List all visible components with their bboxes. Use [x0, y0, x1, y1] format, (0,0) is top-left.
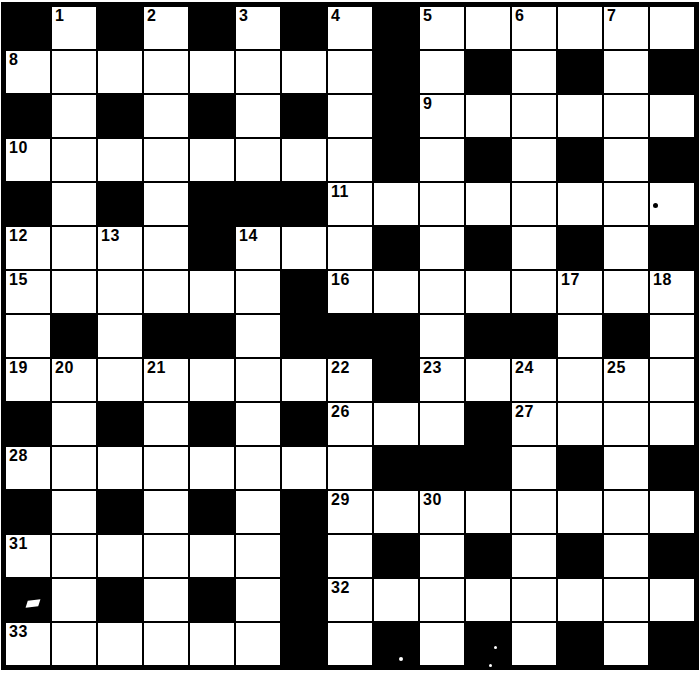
white-cell-r5c5[interactable]: 14 — [236, 227, 280, 269]
black-cell-r12c10 — [466, 535, 510, 577]
white-cell-r2c13[interactable] — [604, 95, 648, 137]
white-cell-r12c2[interactable] — [98, 535, 142, 577]
clue-number: 20 — [55, 359, 74, 377]
white-cell-r0c9[interactable]: 5 — [420, 7, 464, 49]
clue-number: 13 — [101, 227, 120, 245]
white-cell-r12c11[interactable] — [512, 535, 556, 577]
black-cell-r7c1 — [52, 315, 96, 357]
black-cell-r10c8 — [374, 447, 418, 489]
white-cell-r11c7[interactable]: 29 — [328, 491, 372, 533]
white-cell-r14c0[interactable]: 33 — [6, 623, 50, 665]
clue-number: 32 — [331, 579, 350, 597]
clue-number: 33 — [9, 623, 28, 641]
white-cell-r8c0[interactable]: 19 — [6, 359, 50, 401]
white-cell-r8c3[interactable]: 21 — [144, 359, 188, 401]
clue-number: 14 — [239, 227, 258, 245]
white-cell-r6c11[interactable] — [512, 271, 556, 313]
white-cell-r0c14[interactable] — [650, 7, 694, 49]
black-cell-r10c9 — [420, 447, 464, 489]
black-cell-r8c8 — [374, 359, 418, 401]
white-cell-r2c14[interactable] — [650, 95, 694, 137]
clue-number: 23 — [423, 359, 442, 377]
white-cell-r4c11[interactable] — [512, 183, 556, 225]
white-cell-r1c1[interactable] — [52, 51, 96, 93]
white-cell-r1c11[interactable] — [512, 51, 556, 93]
white-cell-r1c6[interactable] — [282, 51, 326, 93]
white-cell-r3c7[interactable] — [328, 139, 372, 181]
clue-number: 1 — [55, 7, 64, 25]
white-cell-r4c10[interactable] — [466, 183, 510, 225]
white-cell-r5c0[interactable]: 12 — [6, 227, 50, 269]
black-cell-r2c2 — [98, 95, 142, 137]
white-cell-r0c5[interactable]: 3 — [236, 7, 280, 49]
black-cell-r7c8 — [374, 315, 418, 357]
white-cell-r3c9[interactable] — [420, 139, 464, 181]
white-cell-r11c11[interactable] — [512, 491, 556, 533]
crossword-grid: 1234567891011121314151617181920212223242… — [1, 2, 699, 670]
white-cell-r5c6[interactable] — [282, 227, 326, 269]
white-cell-r14c9[interactable] — [420, 623, 464, 665]
white-cell-r14c1[interactable] — [52, 623, 96, 665]
white-cell-r0c12[interactable] — [558, 7, 602, 49]
white-cell-r8c9[interactable]: 23 — [420, 359, 464, 401]
black-cell-r10c14 — [650, 447, 694, 489]
white-cell-r0c10[interactable] — [466, 7, 510, 49]
black-cell-r5c8 — [374, 227, 418, 269]
black-cell-r11c6 — [282, 491, 326, 533]
white-cell-r11c8[interactable] — [374, 491, 418, 533]
black-cell-r2c8 — [374, 95, 418, 137]
white-cell-r9c1[interactable] — [52, 403, 96, 445]
white-cell-r3c0[interactable]: 10 — [6, 139, 50, 181]
white-cell-r8c5[interactable] — [236, 359, 280, 401]
white-cell-r2c9[interactable]: 9 — [420, 95, 464, 137]
white-cell-r0c3[interactable]: 2 — [144, 7, 188, 49]
black-cell-r9c0 — [6, 403, 50, 445]
clue-number: 18 — [653, 271, 672, 289]
white-cell-r11c5[interactable] — [236, 491, 280, 533]
white-cell-r4c7[interactable]: 11 — [328, 183, 372, 225]
black-cell-r9c2 — [98, 403, 142, 445]
black-cell-r7c6 — [282, 315, 326, 357]
white-cell-r10c0[interactable]: 28 — [6, 447, 50, 489]
white-cell-r10c3[interactable] — [144, 447, 188, 489]
clue-number: 29 — [331, 491, 350, 509]
white-cell-r8c10[interactable] — [466, 359, 510, 401]
white-cell-r1c9[interactable] — [420, 51, 464, 93]
black-cell-r13c0 — [6, 579, 50, 621]
black-cell-r1c8 — [374, 51, 418, 93]
white-cell-r14c5[interactable] — [236, 623, 280, 665]
black-cell-r3c8 — [374, 139, 418, 181]
black-cell-r13c4 — [190, 579, 234, 621]
white-cell-r1c2[interactable] — [98, 51, 142, 93]
black-cell-r7c3 — [144, 315, 188, 357]
white-cell-r9c3[interactable] — [144, 403, 188, 445]
clue-number: 30 — [423, 491, 442, 509]
white-cell-r9c9[interactable] — [420, 403, 464, 445]
white-cell-r7c2[interactable] — [98, 315, 142, 357]
white-cell-r5c2[interactable]: 13 — [98, 227, 142, 269]
clue-number: 24 — [515, 359, 534, 377]
clue-number: 19 — [9, 359, 28, 377]
white-cell-r13c11[interactable] — [512, 579, 556, 621]
clue-number: 31 — [9, 535, 28, 553]
black-cell-r5c10 — [466, 227, 510, 269]
white-cell-r8c14[interactable] — [650, 359, 694, 401]
clue-number: 22 — [331, 359, 350, 377]
clue-number: 9 — [423, 95, 432, 113]
white-cell-r4c3[interactable] — [144, 183, 188, 225]
black-cell-r11c4 — [190, 491, 234, 533]
white-cell-r1c4[interactable] — [190, 51, 234, 93]
clue-number: 4 — [331, 7, 340, 25]
clue-number: 21 — [147, 359, 166, 377]
white-cell-r7c0[interactable] — [6, 315, 50, 357]
clue-number: 25 — [607, 359, 626, 377]
white-cell-r3c4[interactable] — [190, 139, 234, 181]
white-cell-r6c3[interactable] — [144, 271, 188, 313]
black-cell-r7c4 — [190, 315, 234, 357]
clue-number: 15 — [9, 271, 28, 289]
white-cell-r5c1[interactable] — [52, 227, 96, 269]
white-cell-r9c12[interactable] — [558, 403, 602, 445]
white-cell-r6c9[interactable] — [420, 271, 464, 313]
clue-number: 12 — [9, 227, 28, 245]
black-cell-r11c0 — [6, 491, 50, 533]
white-cell-r8c12[interactable] — [558, 359, 602, 401]
white-cell-r13c10[interactable] — [466, 579, 510, 621]
white-cell-r12c4[interactable] — [190, 535, 234, 577]
black-cell-r3c14 — [650, 139, 694, 181]
white-cell-r1c7[interactable] — [328, 51, 372, 93]
white-cell-r6c13[interactable] — [604, 271, 648, 313]
white-cell-r13c13[interactable] — [604, 579, 648, 621]
white-cell-r0c11[interactable]: 6 — [512, 7, 556, 49]
black-cell-r2c4 — [190, 95, 234, 137]
white-cell-r13c8[interactable] — [374, 579, 418, 621]
black-cell-r14c8 — [374, 623, 418, 665]
white-cell-r6c14[interactable]: 18 — [650, 271, 694, 313]
white-cell-r10c11[interactable] — [512, 447, 556, 489]
white-cell-r3c13[interactable] — [604, 139, 648, 181]
white-cell-r14c3[interactable] — [144, 623, 188, 665]
white-cell-r8c4[interactable] — [190, 359, 234, 401]
white-cell-r13c14[interactable] — [650, 579, 694, 621]
white-cell-r8c6[interactable] — [282, 359, 326, 401]
white-cell-r1c13[interactable] — [604, 51, 648, 93]
white-cell-r11c9[interactable]: 30 — [420, 491, 464, 533]
white-cell-r6c5[interactable] — [236, 271, 280, 313]
white-cell-r13c1[interactable] — [52, 579, 96, 621]
clue-number: 11 — [331, 183, 349, 201]
white-cell-r11c12[interactable] — [558, 491, 602, 533]
white-cell-r4c13[interactable] — [604, 183, 648, 225]
white-cell-r1c3[interactable] — [144, 51, 188, 93]
clue-number: 28 — [9, 447, 28, 465]
white-cell-r2c11[interactable] — [512, 95, 556, 137]
white-cell-r12c3[interactable] — [144, 535, 188, 577]
white-cell-r2c7[interactable] — [328, 95, 372, 137]
black-cell-r12c8 — [374, 535, 418, 577]
white-cell-r13c9[interactable] — [420, 579, 464, 621]
black-cell-r7c13 — [604, 315, 648, 357]
white-cell-r5c9[interactable] — [420, 227, 464, 269]
white-cell-r4c12[interactable] — [558, 183, 602, 225]
clue-number: 10 — [9, 139, 28, 157]
white-cell-r14c11[interactable] — [512, 623, 556, 665]
white-cell-r11c10[interactable] — [466, 491, 510, 533]
black-cell-r14c14 — [650, 623, 694, 665]
white-cell-r3c1[interactable] — [52, 139, 96, 181]
white-cell-r9c7[interactable]: 26 — [328, 403, 372, 445]
white-cell-r8c2[interactable] — [98, 359, 142, 401]
white-cell-r6c0[interactable]: 15 — [6, 271, 50, 313]
white-cell-r7c5[interactable] — [236, 315, 280, 357]
white-cell-r7c14[interactable] — [650, 315, 694, 357]
black-cell-r12c6 — [282, 535, 326, 577]
black-cell-r0c4 — [190, 7, 234, 49]
white-cell-r4c9[interactable] — [420, 183, 464, 225]
black-cell-r2c0 — [6, 95, 50, 137]
black-cell-r1c14 — [650, 51, 694, 93]
white-cell-r7c9[interactable] — [420, 315, 464, 357]
clue-number: 2 — [147, 7, 156, 25]
black-cell-r14c6 — [282, 623, 326, 665]
black-cell-r7c10 — [466, 315, 510, 357]
black-cell-r5c14 — [650, 227, 694, 269]
black-cell-r9c4 — [190, 403, 234, 445]
white-cell-r3c3[interactable] — [144, 139, 188, 181]
white-cell-r12c5[interactable] — [236, 535, 280, 577]
white-cell-r12c13[interactable] — [604, 535, 648, 577]
white-cell-r12c1[interactable] — [52, 535, 96, 577]
black-cell-r10c10 — [466, 447, 510, 489]
black-cell-r7c7 — [328, 315, 372, 357]
white-cell-r8c11[interactable]: 24 — [512, 359, 556, 401]
white-cell-r8c7[interactable]: 22 — [328, 359, 372, 401]
white-cell-r1c5[interactable] — [236, 51, 280, 93]
clue-number: 17 — [561, 271, 580, 289]
white-cell-r5c7[interactable] — [328, 227, 372, 269]
white-cell-r12c0[interactable]: 31 — [6, 535, 50, 577]
black-cell-r0c2 — [98, 7, 142, 49]
black-cell-r13c2 — [98, 579, 142, 621]
black-cell-r6c6 — [282, 271, 326, 313]
white-cell-r10c5[interactable] — [236, 447, 280, 489]
white-cell-r11c13[interactable] — [604, 491, 648, 533]
white-cell-r14c7[interactable] — [328, 623, 372, 665]
white-cell-r10c7[interactable] — [328, 447, 372, 489]
white-cell-r9c13[interactable] — [604, 403, 648, 445]
white-cell-r6c8[interactable] — [374, 271, 418, 313]
white-cell-r2c12[interactable] — [558, 95, 602, 137]
white-cell-r13c7[interactable]: 32 — [328, 579, 372, 621]
white-cell-r12c9[interactable] — [420, 535, 464, 577]
black-cell-r2c6 — [282, 95, 326, 137]
clue-number: 7 — [607, 7, 616, 25]
white-cell-r3c11[interactable] — [512, 139, 556, 181]
white-cell-r12c7[interactable] — [328, 535, 372, 577]
white-cell-r10c2[interactable] — [98, 447, 142, 489]
white-cell-r3c6[interactable] — [282, 139, 326, 181]
black-cell-r4c5 — [236, 183, 280, 225]
white-cell-r11c14[interactable] — [650, 491, 694, 533]
black-cell-r0c6 — [282, 7, 326, 49]
white-cell-r11c1[interactable] — [52, 491, 96, 533]
white-cell-r6c12[interactable]: 17 — [558, 271, 602, 313]
white-cell-r6c10[interactable] — [466, 271, 510, 313]
white-cell-r11c3[interactable] — [144, 491, 188, 533]
white-cell-r7c12[interactable] — [558, 315, 602, 357]
black-cell-r4c0 — [6, 183, 50, 225]
white-cell-r5c11[interactable] — [512, 227, 556, 269]
white-cell-r5c3[interactable] — [144, 227, 188, 269]
black-cell-r5c4 — [190, 227, 234, 269]
clue-number: 6 — [515, 7, 524, 25]
black-cell-r1c12 — [558, 51, 602, 93]
black-cell-r11c2 — [98, 491, 142, 533]
black-cell-r12c14 — [650, 535, 694, 577]
black-cell-r1c10 — [466, 51, 510, 93]
black-cell-r0c0 — [6, 7, 50, 49]
white-cell-r9c14[interactable] — [650, 403, 694, 445]
black-cell-r13c6 — [282, 579, 326, 621]
white-cell-r10c1[interactable] — [52, 447, 96, 489]
crossword-page: 1234567891011121314151617181920212223242… — [0, 0, 700, 692]
clue-number: 3 — [239, 7, 248, 25]
black-cell-r0c8 — [374, 7, 418, 49]
white-cell-r6c4[interactable] — [190, 271, 234, 313]
black-cell-r14c10 — [466, 623, 510, 665]
black-cell-r5c12 — [558, 227, 602, 269]
white-cell-r0c7[interactable]: 4 — [328, 7, 372, 49]
black-cell-r12c12 — [558, 535, 602, 577]
black-cell-r3c12 — [558, 139, 602, 181]
black-cell-r7c11 — [512, 315, 556, 357]
white-cell-r3c2[interactable] — [98, 139, 142, 181]
white-cell-r10c6[interactable] — [282, 447, 326, 489]
black-cell-r4c6 — [282, 183, 326, 225]
clue-number: 16 — [331, 271, 350, 289]
black-cell-r3c10 — [466, 139, 510, 181]
clue-number: 8 — [9, 51, 18, 69]
black-cell-r10c12 — [558, 447, 602, 489]
white-cell-r4c14[interactable] — [650, 183, 694, 225]
white-cell-r14c13[interactable] — [604, 623, 648, 665]
white-cell-r14c4[interactable] — [190, 623, 234, 665]
white-cell-r1c0[interactable]: 8 — [6, 51, 50, 93]
black-cell-r9c10 — [466, 403, 510, 445]
clue-number: 5 — [423, 7, 432, 25]
black-cell-r14c12 — [558, 623, 602, 665]
white-cell-r10c13[interactable] — [604, 447, 648, 489]
white-cell-r2c3[interactable] — [144, 95, 188, 137]
white-cell-r6c2[interactable] — [98, 271, 142, 313]
white-cell-r10c4[interactable] — [190, 447, 234, 489]
white-cell-r0c1[interactable]: 1 — [52, 7, 96, 49]
white-cell-r5c13[interactable] — [604, 227, 648, 269]
white-cell-r3c5[interactable] — [236, 139, 280, 181]
white-cell-r8c13[interactable]: 25 — [604, 359, 648, 401]
black-cell-r4c2 — [98, 183, 142, 225]
white-cell-r8c1[interactable]: 20 — [52, 359, 96, 401]
white-cell-r6c1[interactable] — [52, 271, 96, 313]
white-cell-r2c10[interactable] — [466, 95, 510, 137]
white-cell-r13c3[interactable] — [144, 579, 188, 621]
white-cell-r4c8[interactable] — [374, 183, 418, 225]
white-cell-r9c11[interactable]: 27 — [512, 403, 556, 445]
white-cell-r9c5[interactable] — [236, 403, 280, 445]
white-cell-r0c13[interactable]: 7 — [604, 7, 648, 49]
white-cell-r4c1[interactable] — [52, 183, 96, 225]
white-cell-r13c5[interactable] — [236, 579, 280, 621]
clue-number: 27 — [515, 403, 534, 421]
black-cell-r4c4 — [190, 183, 234, 225]
clue-number: 26 — [331, 403, 350, 421]
white-cell-r6c7[interactable]: 16 — [328, 271, 372, 313]
white-cell-r14c2[interactable] — [98, 623, 142, 665]
white-cell-r9c8[interactable] — [374, 403, 418, 445]
white-cell-r13c12[interactable] — [558, 579, 602, 621]
white-cell-r2c1[interactable] — [52, 95, 96, 137]
white-cell-r2c5[interactable] — [236, 95, 280, 137]
black-cell-r9c6 — [282, 403, 326, 445]
